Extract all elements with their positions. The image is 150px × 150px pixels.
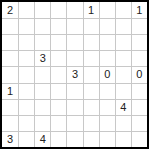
cell-r9c7[interactable]: [99, 131, 115, 147]
cell-r9c5[interactable]: [66, 131, 82, 147]
clue-cell-r9c1: 3: [2, 131, 18, 147]
clue-cell-r5c7: 0: [99, 66, 115, 82]
cell-r4c2[interactable]: [18, 50, 34, 66]
cell-r4c1[interactable]: [2, 50, 18, 66]
cell-r9c2[interactable]: [18, 131, 34, 147]
cell-r3c8[interactable]: [115, 34, 131, 50]
cell-r3c6[interactable]: [83, 34, 99, 50]
clue-cell-r4c3: 3: [34, 50, 50, 66]
cell-r4c8[interactable]: [115, 50, 131, 66]
cell-r2c8[interactable]: [115, 18, 131, 34]
cell-r3c1[interactable]: [2, 34, 18, 50]
clue-cell-r1c1: 2: [2, 2, 18, 18]
cell-r2c1[interactable]: [2, 18, 18, 34]
cell-r1c5[interactable]: [66, 2, 82, 18]
cell-r1c7[interactable]: [99, 2, 115, 18]
clue-cell-r6c1: 1: [2, 83, 18, 99]
cell-r8c6[interactable]: [83, 115, 99, 131]
cell-r8c3[interactable]: [34, 115, 50, 131]
cell-r7c6[interactable]: [83, 99, 99, 115]
clue-cell-r9c3: 4: [34, 131, 50, 147]
cell-r3c3[interactable]: [34, 34, 50, 50]
cell-r9c9[interactable]: [131, 131, 147, 147]
cell-r7c4[interactable]: [50, 99, 66, 115]
cell-r4c6[interactable]: [83, 50, 99, 66]
cell-r7c7[interactable]: [99, 99, 115, 115]
cell-r2c7[interactable]: [99, 18, 115, 34]
clue-cell-r5c5: 3: [66, 66, 82, 82]
cell-r5c4[interactable]: [50, 66, 66, 82]
cell-r2c3[interactable]: [34, 18, 50, 34]
cell-r6c6[interactable]: [83, 83, 99, 99]
cell-r6c2[interactable]: [18, 83, 34, 99]
cell-r6c4[interactable]: [50, 83, 66, 99]
cell-r1c3[interactable]: [34, 2, 50, 18]
cell-r6c3[interactable]: [34, 83, 50, 99]
clue-cell-r1c9: 1: [131, 2, 147, 18]
cell-r5c3[interactable]: [34, 66, 50, 82]
cell-r8c4[interactable]: [50, 115, 66, 131]
clue-cell-r1c6: 1: [83, 2, 99, 18]
cell-r7c3[interactable]: [34, 99, 50, 115]
cell-r8c2[interactable]: [18, 115, 34, 131]
cell-r5c8[interactable]: [115, 66, 131, 82]
cell-r2c5[interactable]: [66, 18, 82, 34]
cell-r4c7[interactable]: [99, 50, 115, 66]
cell-r3c9[interactable]: [131, 34, 147, 50]
cell-r5c1[interactable]: [2, 66, 18, 82]
cell-r7c2[interactable]: [18, 99, 34, 115]
cell-r4c4[interactable]: [50, 50, 66, 66]
cell-r5c6[interactable]: [83, 66, 99, 82]
cell-r1c4[interactable]: [50, 2, 66, 18]
cell-r6c9[interactable]: [131, 83, 147, 99]
cell-r6c8[interactable]: [115, 83, 131, 99]
cell-r9c4[interactable]: [50, 131, 66, 147]
clue-cell-r5c9: 0: [131, 66, 147, 82]
cell-r3c2[interactable]: [18, 34, 34, 50]
cell-r1c2[interactable]: [18, 2, 34, 18]
cell-r8c7[interactable]: [99, 115, 115, 131]
puzzle-board-wrapper: 21133001434: [0, 0, 149, 149]
cell-r6c7[interactable]: [99, 83, 115, 99]
cell-r7c9[interactable]: [131, 99, 147, 115]
cell-r6c5[interactable]: [66, 83, 82, 99]
cell-r7c5[interactable]: [66, 99, 82, 115]
cell-r8c5[interactable]: [66, 115, 82, 131]
cell-r8c1[interactable]: [2, 115, 18, 131]
cell-r3c4[interactable]: [50, 34, 66, 50]
cell-r4c9[interactable]: [131, 50, 147, 66]
clue-cell-r7c8: 4: [115, 99, 131, 115]
cell-r2c9[interactable]: [131, 18, 147, 34]
cell-r5c2[interactable]: [18, 66, 34, 82]
cell-r1c8[interactable]: [115, 2, 131, 18]
cell-r9c8[interactable]: [115, 131, 131, 147]
cell-r2c6[interactable]: [83, 18, 99, 34]
cell-r2c4[interactable]: [50, 18, 66, 34]
cell-r3c7[interactable]: [99, 34, 115, 50]
cell-r3c5[interactable]: [66, 34, 82, 50]
cell-r8c8[interactable]: [115, 115, 131, 131]
cell-r2c2[interactable]: [18, 18, 34, 34]
cell-r9c6[interactable]: [83, 131, 99, 147]
puzzle-board: 21133001434: [0, 0, 149, 149]
cell-r7c1[interactable]: [2, 99, 18, 115]
cell-r4c5[interactable]: [66, 50, 82, 66]
cell-r8c9[interactable]: [131, 115, 147, 131]
